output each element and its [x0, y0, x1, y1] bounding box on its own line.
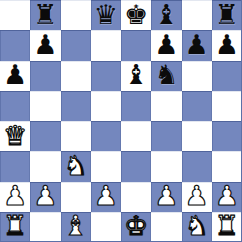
piece-white-pawn[interactable]: ♟: [91, 182, 121, 212]
square-e3[interactable]: [121, 151, 151, 181]
square-g3[interactable]: [182, 151, 212, 181]
square-g7[interactable]: ♟: [182, 30, 212, 60]
square-g1[interactable]: ♞: [182, 212, 212, 242]
square-h8[interactable]: ♜: [212, 0, 242, 30]
piece-black-rook[interactable]: ♜: [212, 0, 242, 30]
piece-black-pawn[interactable]: ♟: [151, 30, 181, 60]
square-c6[interactable]: [61, 61, 91, 91]
chess-board-wrap: ♜♛♚♝♜♟♟♟♟♟♝♞♛♞♟♟♟♟♟♟♜♝♚♞♜: [0, 0, 242, 242]
square-h2[interactable]: ♟: [212, 182, 242, 212]
piece-black-queen[interactable]: ♛: [91, 0, 121, 30]
piece-black-pawn[interactable]: ♟: [212, 30, 242, 60]
square-e5[interactable]: [121, 91, 151, 121]
square-h4[interactable]: [212, 121, 242, 151]
square-e8[interactable]: ♚: [121, 0, 151, 30]
square-e4[interactable]: [121, 121, 151, 151]
square-f5[interactable]: [151, 91, 181, 121]
piece-white-pawn[interactable]: ♟: [30, 182, 60, 212]
square-b2[interactable]: ♟: [30, 182, 60, 212]
square-c5[interactable]: [61, 91, 91, 121]
square-b3[interactable]: [30, 151, 60, 181]
piece-black-knight[interactable]: ♞: [151, 61, 181, 91]
square-d3[interactable]: [91, 151, 121, 181]
piece-black-pawn[interactable]: ♟: [182, 30, 212, 60]
piece-white-knight[interactable]: ♞: [61, 151, 91, 181]
square-c1[interactable]: ♝: [61, 212, 91, 242]
square-d4[interactable]: [91, 121, 121, 151]
square-d7[interactable]: [91, 30, 121, 60]
square-c4[interactable]: [61, 121, 91, 151]
piece-white-pawn[interactable]: ♟: [212, 182, 242, 212]
square-f2[interactable]: ♟: [151, 182, 181, 212]
square-b7[interactable]: ♟: [30, 30, 60, 60]
piece-white-rook[interactable]: ♜: [0, 212, 30, 242]
square-f6[interactable]: ♞: [151, 61, 181, 91]
square-a3[interactable]: [0, 151, 30, 181]
piece-black-pawn[interactable]: ♟: [0, 61, 30, 91]
square-h1[interactable]: ♜: [212, 212, 242, 242]
square-g4[interactable]: [182, 121, 212, 151]
square-a2[interactable]: ♟: [0, 182, 30, 212]
square-c8[interactable]: [61, 0, 91, 30]
piece-black-bishop[interactable]: ♝: [121, 61, 151, 91]
square-d6[interactable]: [91, 61, 121, 91]
piece-white-pawn[interactable]: ♟: [182, 182, 212, 212]
square-a1[interactable]: ♜: [0, 212, 30, 242]
square-b1[interactable]: [30, 212, 60, 242]
piece-white-bishop[interactable]: ♝: [61, 212, 91, 242]
square-b4[interactable]: [30, 121, 60, 151]
square-g8[interactable]: [182, 0, 212, 30]
square-b8[interactable]: ♜: [30, 0, 60, 30]
square-c7[interactable]: [61, 30, 91, 60]
piece-white-knight[interactable]: ♞: [182, 212, 212, 242]
square-f4[interactable]: [151, 121, 181, 151]
square-a5[interactable]: [0, 91, 30, 121]
square-d5[interactable]: [91, 91, 121, 121]
square-a4[interactable]: ♛: [0, 121, 30, 151]
square-a6[interactable]: ♟: [0, 61, 30, 91]
piece-black-king[interactable]: ♚: [121, 0, 151, 30]
square-f8[interactable]: ♝: [151, 0, 181, 30]
piece-white-pawn[interactable]: ♟: [0, 182, 30, 212]
chess-board: ♜♛♚♝♜♟♟♟♟♟♝♞♛♞♟♟♟♟♟♟♜♝♚♞♜: [0, 0, 242, 242]
square-f1[interactable]: [151, 212, 181, 242]
square-e1[interactable]: ♚: [121, 212, 151, 242]
square-d1[interactable]: [91, 212, 121, 242]
square-e2[interactable]: [121, 182, 151, 212]
square-f7[interactable]: ♟: [151, 30, 181, 60]
square-g5[interactable]: [182, 91, 212, 121]
square-g6[interactable]: [182, 61, 212, 91]
piece-white-king[interactable]: ♚: [121, 212, 151, 242]
square-a8[interactable]: [0, 0, 30, 30]
square-c2[interactable]: [61, 182, 91, 212]
square-g2[interactable]: ♟: [182, 182, 212, 212]
square-c3[interactable]: ♞: [61, 151, 91, 181]
square-h3[interactable]: [212, 151, 242, 181]
square-d8[interactable]: ♛: [91, 0, 121, 30]
piece-white-pawn[interactable]: ♟: [151, 182, 181, 212]
square-b5[interactable]: [30, 91, 60, 121]
piece-white-queen[interactable]: ♛: [0, 121, 30, 151]
square-e6[interactable]: ♝: [121, 61, 151, 91]
piece-black-pawn[interactable]: ♟: [30, 30, 60, 60]
square-e7[interactable]: [121, 30, 151, 60]
square-b6[interactable]: [30, 61, 60, 91]
square-d2[interactable]: ♟: [91, 182, 121, 212]
square-f3[interactable]: [151, 151, 181, 181]
square-a7[interactable]: [0, 30, 30, 60]
piece-black-rook[interactable]: ♜: [30, 0, 60, 30]
square-h6[interactable]: [212, 61, 242, 91]
piece-black-bishop[interactable]: ♝: [151, 0, 181, 30]
square-h5[interactable]: [212, 91, 242, 121]
square-h7[interactable]: ♟: [212, 30, 242, 60]
piece-white-rook[interactable]: ♜: [212, 212, 242, 242]
